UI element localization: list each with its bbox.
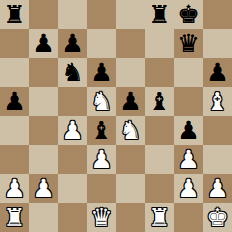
square-a3[interactable] [0,145,29,174]
square-f8[interactable]: ♜ [145,0,174,29]
square-g2[interactable]: ♟ [174,174,203,203]
black-pawn-icon[interactable]: ♟ [174,116,203,145]
square-f7[interactable] [145,29,174,58]
black-pawn-icon[interactable]: ♟ [87,58,116,87]
black-rook-icon[interactable]: ♜ [145,0,174,29]
white-pawn-icon[interactable]: ♟ [174,145,203,174]
square-d1[interactable]: ♛ [87,203,116,232]
square-e6[interactable] [116,58,145,87]
square-b5[interactable] [29,87,58,116]
square-c8[interactable] [58,0,87,29]
white-rook-icon[interactable]: ♜ [145,203,174,232]
black-knight-icon[interactable]: ♞ [58,58,87,87]
square-f4[interactable] [145,116,174,145]
square-a6[interactable] [0,58,29,87]
square-g1[interactable] [174,203,203,232]
black-queen-icon[interactable]: ♛ [174,29,203,58]
square-d2[interactable] [87,174,116,203]
black-rook-icon[interactable]: ♜ [0,0,29,29]
square-a4[interactable] [0,116,29,145]
square-h8[interactable] [203,0,232,29]
white-queen-icon[interactable]: ♛ [87,203,116,232]
square-b4[interactable] [29,116,58,145]
square-g7[interactable]: ♛ [174,29,203,58]
white-knight-icon[interactable]: ♞ [116,116,145,145]
square-a5[interactable]: ♟ [0,87,29,116]
white-pawn-icon[interactable]: ♟ [203,174,232,203]
square-h2[interactable]: ♟ [203,174,232,203]
black-pawn-icon[interactable]: ♟ [0,87,29,116]
black-bishop-icon[interactable]: ♝ [145,87,174,116]
square-c1[interactable] [58,203,87,232]
chess-board: ♜♜♚♟♟♛♞♟♟♟♞♟♝♝♟♝♞♟♟♟♟♟♟♟♜♛♜♚ [0,0,232,232]
white-pawn-icon[interactable]: ♟ [174,174,203,203]
square-g5[interactable] [174,87,203,116]
square-c2[interactable] [58,174,87,203]
square-c7[interactable]: ♟ [58,29,87,58]
white-pawn-icon[interactable]: ♟ [58,116,87,145]
square-h3[interactable] [203,145,232,174]
square-d6[interactable]: ♟ [87,58,116,87]
black-pawn-icon[interactable]: ♟ [29,29,58,58]
square-e7[interactable] [116,29,145,58]
square-c5[interactable] [58,87,87,116]
white-pawn-icon[interactable]: ♟ [0,174,29,203]
square-g6[interactable] [174,58,203,87]
square-b2[interactable]: ♟ [29,174,58,203]
black-pawn-icon[interactable]: ♟ [203,58,232,87]
black-pawn-icon[interactable]: ♟ [58,29,87,58]
square-g3[interactable]: ♟ [174,145,203,174]
white-bishop-icon[interactable]: ♝ [203,87,232,116]
square-d8[interactable] [87,0,116,29]
square-d4[interactable]: ♝ [87,116,116,145]
square-e8[interactable] [116,0,145,29]
square-h7[interactable] [203,29,232,58]
square-f1[interactable]: ♜ [145,203,174,232]
square-c4[interactable]: ♟ [58,116,87,145]
square-h6[interactable]: ♟ [203,58,232,87]
white-pawn-icon[interactable]: ♟ [29,174,58,203]
square-e5[interactable]: ♟ [116,87,145,116]
black-pawn-icon[interactable]: ♟ [116,87,145,116]
square-h5[interactable]: ♝ [203,87,232,116]
square-d7[interactable] [87,29,116,58]
square-b8[interactable] [29,0,58,29]
square-f3[interactable] [145,145,174,174]
square-f6[interactable] [145,58,174,87]
square-e3[interactable] [116,145,145,174]
white-rook-icon[interactable]: ♜ [0,203,29,232]
square-b7[interactable]: ♟ [29,29,58,58]
square-d5[interactable]: ♞ [87,87,116,116]
square-b6[interactable] [29,58,58,87]
square-e2[interactable] [116,174,145,203]
square-e4[interactable]: ♞ [116,116,145,145]
black-bishop-icon[interactable]: ♝ [87,116,116,145]
square-d3[interactable]: ♟ [87,145,116,174]
black-king-icon[interactable]: ♚ [174,0,203,29]
square-b1[interactable] [29,203,58,232]
square-h1[interactable]: ♚ [203,203,232,232]
square-g8[interactable]: ♚ [174,0,203,29]
square-a1[interactable]: ♜ [0,203,29,232]
square-a2[interactable]: ♟ [0,174,29,203]
square-e1[interactable] [116,203,145,232]
square-c3[interactable] [58,145,87,174]
square-h4[interactable] [203,116,232,145]
white-pawn-icon[interactable]: ♟ [87,145,116,174]
white-king-icon[interactable]: ♚ [203,203,232,232]
square-a8[interactable]: ♜ [0,0,29,29]
square-a7[interactable] [0,29,29,58]
square-b3[interactable] [29,145,58,174]
white-knight-icon[interactable]: ♞ [87,87,116,116]
square-c6[interactable]: ♞ [58,58,87,87]
square-f5[interactable]: ♝ [145,87,174,116]
square-g4[interactable]: ♟ [174,116,203,145]
square-f2[interactable] [145,174,174,203]
